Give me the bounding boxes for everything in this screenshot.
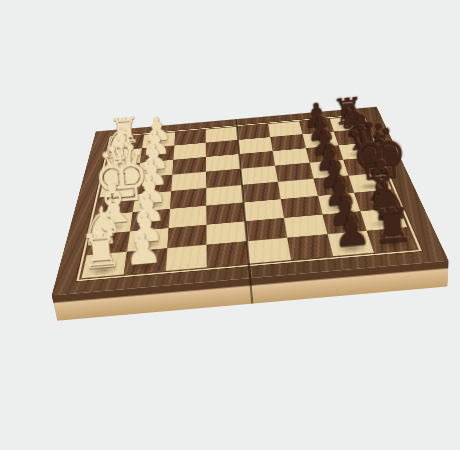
square-f4 xyxy=(207,202,246,224)
chessboard: ♜♟♟♜♞♟♟♞♝♟♟♝♛♟♟♛♚♟♟♚♝♟♟♝♞♟♟♞♜♟♟♜ xyxy=(52,107,449,296)
piece-black-rook: ♜ xyxy=(370,200,416,250)
piece-white-rook: ♜ xyxy=(78,226,124,276)
square-d4 xyxy=(206,169,242,188)
square-g5 xyxy=(245,218,287,242)
brass-clasp-lower xyxy=(56,273,60,290)
square-h1: ♜ xyxy=(82,252,127,278)
square-h8: ♜ xyxy=(367,227,416,252)
square-d3 xyxy=(171,172,207,191)
square-h7: ♟ xyxy=(327,231,374,256)
square-d6 xyxy=(275,163,313,182)
square-e6 xyxy=(278,179,318,199)
square-h2: ♟ xyxy=(123,248,166,274)
square-h6 xyxy=(287,234,333,259)
square-d5 xyxy=(241,166,278,185)
square-b5 xyxy=(238,137,272,154)
square-e3 xyxy=(170,188,207,209)
square-c4 xyxy=(206,154,240,172)
square-h4 xyxy=(207,241,249,267)
square-c6 xyxy=(272,148,309,166)
piece-white-pawn: ♟ xyxy=(120,227,165,273)
square-h5 xyxy=(247,238,291,264)
product-photo-scene: ♜♟♟♜♞♟♟♞♝♟♟♝♛♟♟♛♚♟♟♚♝♟♟♝♞♟♟♞♜♟♟♜ xyxy=(0,0,460,450)
fold-seam-front xyxy=(249,278,254,304)
piece-black-pawn: ♟ xyxy=(328,209,373,255)
square-g6 xyxy=(284,214,327,238)
square-c3 xyxy=(172,157,206,175)
square-f5 xyxy=(244,199,284,221)
